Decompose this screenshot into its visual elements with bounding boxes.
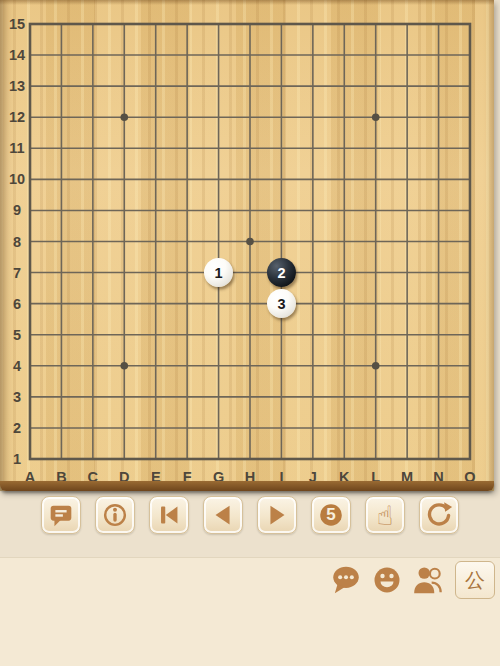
- board-grid: 123456789101112131415ABCDEFGHIJKLMNO: [0, 0, 494, 491]
- svg-text:14: 14: [9, 47, 25, 63]
- comment-icon: [46, 500, 76, 530]
- stone-g7: 1: [204, 258, 233, 287]
- users-icon: [411, 563, 447, 597]
- svg-text:9: 9: [13, 202, 21, 218]
- refresh-button[interactable]: [419, 496, 459, 534]
- social-bar: 公: [329, 559, 495, 601]
- skip-to-start-button[interactable]: [149, 496, 189, 534]
- svg-text:6: 6: [13, 296, 21, 312]
- svg-text:15: 15: [9, 16, 25, 32]
- svg-text:7: 7: [13, 265, 21, 281]
- app-screen: 123456789101112131415ABCDEFGHIJKLMNO 123: [0, 0, 500, 666]
- board-bottom-edge: [0, 481, 494, 491]
- move-count-label: 5: [312, 497, 350, 534]
- gomoku-board[interactable]: 123456789101112131415ABCDEFGHIJKLMNO 123: [0, 0, 494, 491]
- svg-text:13: 13: [9, 78, 25, 94]
- comment-button[interactable]: [41, 496, 81, 534]
- info-button[interactable]: [95, 496, 135, 534]
- svg-text:3: 3: [13, 389, 21, 405]
- step-forward-icon: [262, 500, 292, 530]
- step-back-button[interactable]: [203, 496, 243, 534]
- stone-i6: 3: [267, 289, 296, 318]
- svg-text:10: 10: [9, 171, 25, 187]
- chat-button[interactable]: [329, 563, 363, 597]
- svg-text:2: 2: [13, 420, 21, 436]
- info-icon: [100, 500, 130, 530]
- svg-text:4: 4: [13, 358, 21, 374]
- pointer-button[interactable]: ☝: [365, 496, 405, 534]
- chat-bubble-icon: [329, 563, 363, 597]
- svg-text:11: 11: [9, 140, 24, 156]
- pointer-hand-icon: ☝: [377, 502, 393, 529]
- bottom-panel: 公 嘉 冠 游 戏 网 www.03mm.net: [0, 557, 500, 666]
- move-count-button[interactable]: 5: [311, 496, 351, 534]
- svg-text:1: 1: [13, 451, 21, 467]
- toolbar: 5 ☝: [0, 496, 500, 534]
- svg-text:12: 12: [9, 109, 25, 125]
- step-forward-button[interactable]: [257, 496, 297, 534]
- svg-text:5: 5: [13, 327, 21, 343]
- step-back-icon: [208, 500, 238, 530]
- users-button[interactable]: [411, 563, 447, 597]
- emoji-button[interactable]: [371, 564, 403, 596]
- public-button[interactable]: 公: [455, 561, 495, 599]
- skip-to-start-icon: [154, 500, 184, 530]
- emoji-smile-icon: [371, 564, 403, 596]
- stone-i7: 2: [267, 258, 296, 287]
- refresh-icon: [424, 500, 454, 530]
- svg-text:8: 8: [13, 234, 21, 250]
